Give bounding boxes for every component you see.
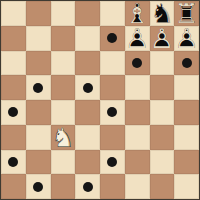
square-h1[interactable] [174, 174, 199, 199]
square-f7[interactable]: ♟♙ [125, 26, 150, 51]
square-f1[interactable] [125, 174, 150, 199]
square-b7[interactable] [26, 26, 51, 51]
square-e2[interactable] [100, 150, 125, 175]
square-e5[interactable] [100, 75, 125, 100]
square-c2[interactable] [51, 150, 76, 175]
square-g8[interactable]: ♞♘ [150, 1, 175, 26]
square-a2[interactable] [1, 150, 26, 175]
square-g1[interactable] [150, 174, 175, 199]
move-dot[interactable] [107, 157, 117, 167]
move-dot[interactable] [83, 182, 93, 192]
square-e4[interactable] [100, 100, 125, 125]
square-h8[interactable]: ♜♖ [174, 1, 199, 26]
move-dot[interactable] [33, 182, 43, 192]
square-h7[interactable]: ♟♙ [174, 26, 199, 51]
square-c6[interactable] [51, 51, 76, 76]
square-h2[interactable] [174, 150, 199, 175]
square-c5[interactable] [51, 75, 76, 100]
black-knight[interactable]: ♞♘ [150, 1, 175, 26]
square-a8[interactable] [1, 1, 26, 26]
square-b8[interactable] [26, 1, 51, 26]
square-b3[interactable] [26, 125, 51, 150]
square-a4[interactable] [1, 100, 26, 125]
square-d6[interactable] [75, 51, 100, 76]
square-d1[interactable] [75, 174, 100, 199]
square-g6[interactable] [150, 51, 175, 76]
move-dot[interactable] [182, 58, 192, 68]
square-a7[interactable] [1, 26, 26, 51]
black-pawn[interactable]: ♟♙ [150, 26, 175, 51]
square-h6[interactable] [174, 51, 199, 76]
square-a6[interactable] [1, 51, 26, 76]
square-a5[interactable] [1, 75, 26, 100]
square-g2[interactable] [150, 150, 175, 175]
square-e1[interactable] [100, 174, 125, 199]
move-dot[interactable] [83, 83, 93, 93]
square-d5[interactable] [75, 75, 100, 100]
square-d8[interactable] [75, 1, 100, 26]
square-b2[interactable] [26, 150, 51, 175]
square-g7[interactable]: ♟♙ [150, 26, 175, 51]
move-dot[interactable] [107, 33, 117, 43]
move-dot[interactable] [33, 83, 43, 93]
square-d7[interactable] [75, 26, 100, 51]
square-f6[interactable] [125, 51, 150, 76]
square-c1[interactable] [51, 174, 76, 199]
square-b4[interactable] [26, 100, 51, 125]
square-c4[interactable] [51, 100, 76, 125]
square-c3[interactable]: ♞♘ [51, 125, 76, 150]
square-e6[interactable] [100, 51, 125, 76]
square-h5[interactable] [174, 75, 199, 100]
move-dot[interactable] [132, 58, 142, 68]
black-pawn[interactable]: ♟♙ [125, 26, 150, 51]
move-dot[interactable] [8, 107, 18, 117]
square-d4[interactable] [75, 100, 100, 125]
square-f5[interactable] [125, 75, 150, 100]
black-rook[interactable]: ♜♖ [174, 1, 199, 26]
square-g3[interactable] [150, 125, 175, 150]
square-b5[interactable] [26, 75, 51, 100]
square-e8[interactable] [100, 1, 125, 26]
square-b6[interactable] [26, 51, 51, 76]
square-a1[interactable] [1, 174, 26, 199]
square-e7[interactable] [100, 26, 125, 51]
square-h4[interactable] [174, 100, 199, 125]
square-f4[interactable] [125, 100, 150, 125]
square-f3[interactable] [125, 125, 150, 150]
square-d3[interactable] [75, 125, 100, 150]
square-c8[interactable] [51, 1, 76, 26]
chess-board: ♝♗♞♘♜♖♟♙♟♙♟♙♞♘ [0, 0, 200, 200]
black-bishop[interactable]: ♝♗ [125, 1, 150, 26]
square-g5[interactable] [150, 75, 175, 100]
square-b1[interactable] [26, 174, 51, 199]
move-dot[interactable] [8, 157, 18, 167]
square-c7[interactable] [51, 26, 76, 51]
square-h3[interactable] [174, 125, 199, 150]
white-knight[interactable]: ♞♘ [51, 125, 76, 150]
move-dot[interactable] [107, 107, 117, 117]
square-a3[interactable] [1, 125, 26, 150]
square-f8[interactable]: ♝♗ [125, 1, 150, 26]
square-g4[interactable] [150, 100, 175, 125]
black-pawn[interactable]: ♟♙ [174, 26, 199, 51]
square-d2[interactable] [75, 150, 100, 175]
square-e3[interactable] [100, 125, 125, 150]
square-f2[interactable] [125, 150, 150, 175]
